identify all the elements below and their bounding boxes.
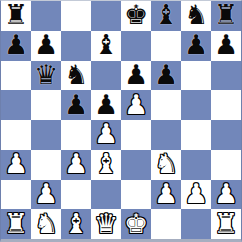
square-f3[interactable]: ♞ bbox=[151, 150, 181, 180]
piece-white-knight[interactable]: ♞ bbox=[34, 210, 58, 237]
piece-black-king[interactable]: ♚ bbox=[124, 1, 148, 28]
piece-white-pawn[interactable]: ♟ bbox=[214, 180, 238, 207]
square-f1[interactable] bbox=[151, 209, 181, 239]
square-f6[interactable]: ♟ bbox=[151, 61, 181, 91]
square-d2[interactable] bbox=[91, 180, 121, 210]
square-a8[interactable]: ♜ bbox=[1, 1, 31, 31]
square-h6[interactable] bbox=[211, 61, 241, 91]
square-b1[interactable]: ♞ bbox=[31, 209, 61, 239]
square-h3[interactable] bbox=[211, 150, 241, 180]
chess-board: ♜♚♝♞♜♟♟♝♟♟♛♞♟♟♟♟♟♟♟♟♝♞♟♟♟♟♜♞♝♛♚♜ bbox=[1, 1, 241, 239]
square-a3[interactable]: ♟ bbox=[1, 150, 31, 180]
square-f4[interactable] bbox=[151, 120, 181, 150]
square-c5[interactable]: ♟ bbox=[61, 90, 91, 120]
square-a7[interactable]: ♟ bbox=[1, 31, 31, 61]
square-c1[interactable]: ♝ bbox=[61, 209, 91, 239]
square-g6[interactable] bbox=[181, 61, 211, 91]
square-h2[interactable]: ♟ bbox=[211, 180, 241, 210]
square-g2[interactable]: ♟ bbox=[181, 180, 211, 210]
square-g5[interactable] bbox=[181, 90, 211, 120]
square-d8[interactable] bbox=[91, 1, 121, 31]
square-b6[interactable]: ♛ bbox=[31, 61, 61, 91]
square-c8[interactable] bbox=[61, 1, 91, 31]
square-d6[interactable] bbox=[91, 61, 121, 91]
piece-white-rook[interactable]: ♜ bbox=[214, 210, 238, 237]
square-b7[interactable]: ♟ bbox=[31, 31, 61, 61]
square-h7[interactable]: ♟ bbox=[211, 31, 241, 61]
piece-black-pawn[interactable]: ♟ bbox=[124, 61, 148, 88]
square-b2[interactable]: ♟ bbox=[31, 180, 61, 210]
square-e6[interactable]: ♟ bbox=[121, 61, 151, 91]
square-b3[interactable] bbox=[31, 150, 61, 180]
square-b4[interactable] bbox=[31, 120, 61, 150]
piece-black-pawn[interactable]: ♟ bbox=[94, 91, 118, 118]
piece-black-knight[interactable]: ♞ bbox=[184, 1, 208, 28]
square-f5[interactable] bbox=[151, 90, 181, 120]
square-b5[interactable] bbox=[31, 90, 61, 120]
square-e3[interactable] bbox=[121, 150, 151, 180]
piece-white-pawn[interactable]: ♟ bbox=[4, 150, 28, 177]
square-c6[interactable]: ♞ bbox=[61, 61, 91, 91]
piece-black-rook[interactable]: ♜ bbox=[214, 1, 238, 28]
square-e7[interactable] bbox=[121, 31, 151, 61]
square-e1[interactable]: ♚ bbox=[121, 209, 151, 239]
piece-black-pawn[interactable]: ♟ bbox=[34, 31, 58, 58]
square-g1[interactable] bbox=[181, 209, 211, 239]
piece-white-pawn[interactable]: ♟ bbox=[124, 91, 148, 118]
square-d7[interactable]: ♝ bbox=[91, 31, 121, 61]
square-e2[interactable] bbox=[121, 180, 151, 210]
square-g8[interactable]: ♞ bbox=[181, 1, 211, 31]
square-h8[interactable]: ♜ bbox=[211, 1, 241, 31]
square-d5[interactable]: ♟ bbox=[91, 90, 121, 120]
piece-black-pawn[interactable]: ♟ bbox=[154, 61, 178, 88]
piece-white-pawn[interactable]: ♟ bbox=[154, 180, 178, 207]
piece-white-queen[interactable]: ♛ bbox=[94, 210, 118, 237]
square-d1[interactable]: ♛ bbox=[91, 209, 121, 239]
square-c7[interactable] bbox=[61, 31, 91, 61]
piece-black-bishop[interactable]: ♝ bbox=[94, 31, 118, 58]
square-h4[interactable] bbox=[211, 120, 241, 150]
piece-black-pawn[interactable]: ♟ bbox=[214, 31, 238, 58]
piece-black-knight[interactable]: ♞ bbox=[64, 61, 88, 88]
square-g7[interactable]: ♟ bbox=[181, 31, 211, 61]
square-g4[interactable] bbox=[181, 120, 211, 150]
square-c2[interactable] bbox=[61, 180, 91, 210]
piece-black-pawn[interactable]: ♟ bbox=[184, 31, 208, 58]
piece-black-pawn[interactable]: ♟ bbox=[64, 91, 88, 118]
piece-white-pawn[interactable]: ♟ bbox=[94, 120, 118, 147]
square-a2[interactable] bbox=[1, 180, 31, 210]
square-a6[interactable] bbox=[1, 61, 31, 91]
square-a5[interactable] bbox=[1, 90, 31, 120]
square-a4[interactable] bbox=[1, 120, 31, 150]
piece-white-pawn[interactable]: ♟ bbox=[34, 180, 58, 207]
square-d4[interactable]: ♟ bbox=[91, 120, 121, 150]
square-c4[interactable] bbox=[61, 120, 91, 150]
piece-black-rook[interactable]: ♜ bbox=[4, 1, 28, 28]
square-e4[interactable] bbox=[121, 120, 151, 150]
square-f2[interactable]: ♟ bbox=[151, 180, 181, 210]
piece-white-knight[interactable]: ♞ bbox=[154, 150, 178, 177]
piece-white-pawn[interactable]: ♟ bbox=[64, 150, 88, 177]
piece-white-pawn[interactable]: ♟ bbox=[184, 180, 208, 207]
piece-white-bishop[interactable]: ♝ bbox=[64, 210, 88, 237]
square-b8[interactable] bbox=[31, 1, 61, 31]
square-g3[interactable] bbox=[181, 150, 211, 180]
piece-white-rook[interactable]: ♜ bbox=[4, 210, 28, 237]
square-e8[interactable]: ♚ bbox=[121, 1, 151, 31]
piece-white-king[interactable]: ♚ bbox=[124, 210, 148, 237]
square-h1[interactable]: ♜ bbox=[211, 209, 241, 239]
square-e5[interactable]: ♟ bbox=[121, 90, 151, 120]
piece-black-pawn[interactable]: ♟ bbox=[4, 31, 28, 58]
chess-board-frame: ♜♚♝♞♜♟♟♝♟♟♛♞♟♟♟♟♟♟♟♟♝♞♟♟♟♟♜♞♝♛♚♜ bbox=[0, 0, 242, 242]
square-f7[interactable] bbox=[151, 31, 181, 61]
square-d3[interactable]: ♝ bbox=[91, 150, 121, 180]
square-a1[interactable]: ♜ bbox=[1, 209, 31, 239]
square-c3[interactable]: ♟ bbox=[61, 150, 91, 180]
piece-black-queen[interactable]: ♛ bbox=[34, 61, 58, 88]
piece-black-bishop[interactable]: ♝ bbox=[154, 1, 178, 28]
square-f8[interactable]: ♝ bbox=[151, 1, 181, 31]
piece-white-bishop[interactable]: ♝ bbox=[94, 150, 118, 177]
square-h5[interactable] bbox=[211, 90, 241, 120]
